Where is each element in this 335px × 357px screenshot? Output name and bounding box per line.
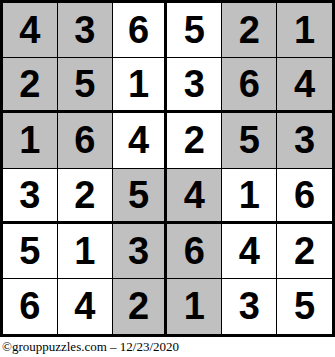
cell-r5c6: 2 — [277, 224, 332, 279]
cell-r6c3: 2 — [113, 279, 168, 334]
cell-r3c4: 2 — [167, 113, 222, 168]
cell-r6c6: 5 — [277, 279, 332, 334]
puzzle-page: 436521251364164253325416513642642135 ©gr… — [0, 0, 335, 357]
cell-r3c1: 1 — [3, 113, 58, 168]
cell-r1c3: 6 — [113, 3, 168, 58]
cell-r4c5: 1 — [222, 169, 277, 224]
cell-r3c3: 4 — [113, 113, 168, 168]
copyright-credit: ©grouppuzzles.com – 12/23/2020 — [0, 337, 335, 357]
cell-r3c5: 5 — [222, 113, 277, 168]
sudoku-board: 436521251364164253325416513642642135 — [0, 0, 335, 337]
cell-r1c2: 3 — [58, 3, 113, 58]
cell-r1c6: 1 — [277, 3, 332, 58]
cell-r1c5: 2 — [222, 3, 277, 58]
cell-r2c4: 3 — [167, 58, 222, 113]
cell-r4c1: 3 — [3, 169, 58, 224]
cell-r2c5: 6 — [222, 58, 277, 113]
cell-r6c1: 6 — [3, 279, 58, 334]
cell-r6c4: 1 — [167, 279, 222, 334]
cell-r1c1: 4 — [3, 3, 58, 58]
cell-r6c5: 3 — [222, 279, 277, 334]
cell-r3c2: 6 — [58, 113, 113, 168]
cell-r3c6: 3 — [277, 113, 332, 168]
cell-r4c2: 2 — [58, 169, 113, 224]
cell-r2c6: 4 — [277, 58, 332, 113]
cell-r4c4: 4 — [167, 169, 222, 224]
cell-r5c1: 5 — [3, 224, 58, 279]
cell-r1c4: 5 — [167, 3, 222, 58]
cell-r5c3: 3 — [113, 224, 168, 279]
cell-r4c3: 5 — [113, 169, 168, 224]
cell-r4c6: 6 — [277, 169, 332, 224]
cell-r5c4: 6 — [167, 224, 222, 279]
cell-r2c2: 5 — [58, 58, 113, 113]
cell-r6c2: 4 — [58, 279, 113, 334]
cell-r2c1: 2 — [3, 58, 58, 113]
cell-r2c3: 1 — [113, 58, 168, 113]
cell-r5c2: 1 — [58, 224, 113, 279]
cell-r5c5: 4 — [222, 224, 277, 279]
